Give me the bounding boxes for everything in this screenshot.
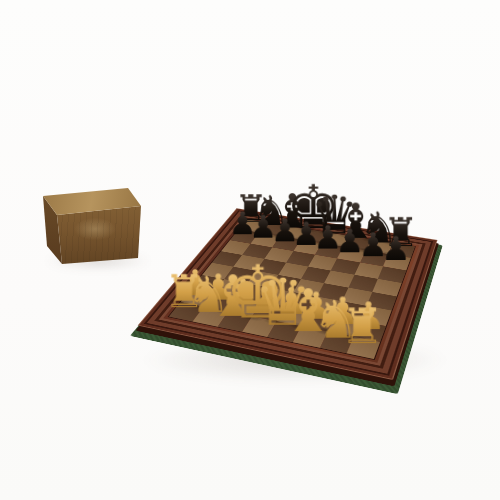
board-squares: ♜♞♝♚♛♝♞♜♟♟♟♟♟♟♟♟♟♟♟♟♟♟♟♟♜♞♝♚♛♝♞♜ xyxy=(169,219,415,359)
square-h1: ♜ xyxy=(346,337,380,359)
photo-scene: ♜♞♝♚♛♝♞♜♟♟♟♟♟♟♟♟♟♟♟♟♟♟♟♟♜♞♝♚♛♝♞♜ xyxy=(0,0,500,500)
piece-white-rook: ♜ xyxy=(316,303,408,351)
piece-black-pawn: ♟ xyxy=(357,232,435,265)
chess-pieces-storage-box xyxy=(40,185,146,269)
square-h6 xyxy=(378,266,407,283)
